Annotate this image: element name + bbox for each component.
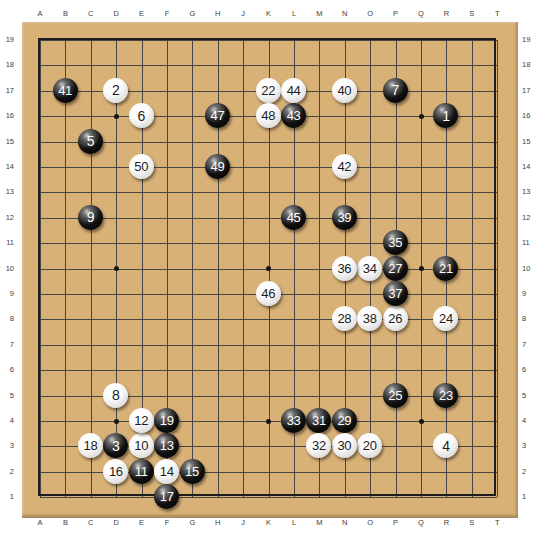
column-label-top-n: N xyxy=(337,9,353,19)
stone-move-number: 30 xyxy=(337,439,351,452)
stone-move-number: 5 xyxy=(87,134,95,148)
stone-move-number: 14 xyxy=(160,465,174,478)
column-label-bottom-e: E xyxy=(134,518,150,528)
column-label-top-t: T xyxy=(489,9,505,19)
row-label-right-11: 11 xyxy=(522,238,536,248)
column-label-top-m: M xyxy=(311,9,327,19)
stone-white-18-c3: 18 xyxy=(78,433,103,458)
stone-black-45-l12: 45 xyxy=(281,205,306,230)
row-label-left-6: 6 xyxy=(0,365,14,375)
stone-move-number: 39 xyxy=(337,211,351,224)
go-board-diagram: 19181716151413121110987654321 1918171615… xyxy=(0,0,540,540)
row-label-left-12: 12 xyxy=(0,213,14,223)
column-label-bottom-d: D xyxy=(108,518,124,528)
row-label-left-2: 2 xyxy=(0,467,14,477)
column-label-bottom-j: J xyxy=(235,518,251,528)
stone-move-number: 41 xyxy=(58,84,72,97)
stone-move-number: 10 xyxy=(134,439,148,452)
stone-move-number: 28 xyxy=(337,312,351,325)
row-label-left-4: 4 xyxy=(0,416,14,426)
row-label-left-18: 18 xyxy=(0,60,14,70)
column-label-top-h: H xyxy=(210,9,226,19)
row-label-right-12: 12 xyxy=(522,213,536,223)
stone-move-number: 38 xyxy=(363,312,377,325)
stone-move-number: 7 xyxy=(391,83,399,97)
row-label-right-4: 4 xyxy=(522,416,536,426)
stone-move-number: 36 xyxy=(337,262,351,275)
column-label-top-j: J xyxy=(235,9,251,19)
stone-black-15-g2: 15 xyxy=(180,459,205,484)
stone-move-number: 1 xyxy=(442,109,450,123)
column-label-bottom-r: R xyxy=(438,518,454,528)
stone-black-21-r10: 21 xyxy=(433,256,458,281)
stone-white-14-f2: 14 xyxy=(154,459,179,484)
column-label-bottom-c: C xyxy=(83,518,99,528)
stone-black-11-e2: 11 xyxy=(129,459,154,484)
stone-move-number: 19 xyxy=(160,414,174,427)
stone-move-number: 16 xyxy=(109,465,123,478)
stone-white-40-n17: 40 xyxy=(332,78,357,103)
column-label-bottom-q: Q xyxy=(413,518,429,528)
stone-move-number: 37 xyxy=(388,287,402,300)
stone-move-number: 4 xyxy=(442,439,450,453)
stone-black-1-r16: 1 xyxy=(433,103,458,128)
row-label-right-3: 3 xyxy=(522,441,536,451)
row-label-right-18: 18 xyxy=(522,60,536,70)
column-label-top-l: L xyxy=(286,9,302,19)
column-label-top-o: O xyxy=(362,9,378,19)
column-label-bottom-o: O xyxy=(362,518,378,528)
row-label-left-17: 17 xyxy=(0,86,14,96)
row-label-left-8: 8 xyxy=(0,314,14,324)
stone-white-22-k17: 22 xyxy=(256,78,281,103)
stone-move-number: 50 xyxy=(134,160,148,173)
column-label-bottom-t: T xyxy=(489,518,505,528)
column-label-bottom-g: G xyxy=(184,518,200,528)
goban-surface: 1234567891011121314151617181920212223242… xyxy=(22,22,518,518)
stone-black-37-p9: 37 xyxy=(383,281,408,306)
stone-white-36-n10: 36 xyxy=(332,256,357,281)
stone-move-number: 8 xyxy=(112,388,120,402)
stone-black-35-p11: 35 xyxy=(383,230,408,255)
stone-black-25-p5: 25 xyxy=(383,383,408,408)
stone-black-41-b17: 41 xyxy=(53,78,78,103)
stone-white-16-d2: 16 xyxy=(103,459,128,484)
stone-white-48-k16: 48 xyxy=(256,103,281,128)
stone-white-30-n3: 30 xyxy=(332,433,357,458)
stone-move-number: 35 xyxy=(388,236,402,249)
column-label-bottom-n: N xyxy=(337,518,353,528)
stone-white-50-e14: 50 xyxy=(129,154,154,179)
stone-black-31-m4: 31 xyxy=(306,408,331,433)
row-label-right-14: 14 xyxy=(522,162,536,172)
stone-black-43-l16: 43 xyxy=(281,103,306,128)
stone-white-2-d17: 2 xyxy=(103,78,128,103)
row-label-right-5: 5 xyxy=(522,391,536,401)
stone-move-number: 2 xyxy=(112,83,120,97)
row-label-left-15: 15 xyxy=(0,137,14,147)
stone-move-number: 49 xyxy=(210,160,224,173)
column-label-top-s: S xyxy=(464,9,480,19)
row-label-left-14: 14 xyxy=(0,162,14,172)
stone-move-number: 26 xyxy=(388,312,402,325)
stone-black-9-c12: 9 xyxy=(78,205,103,230)
stone-white-8-d5: 8 xyxy=(103,383,128,408)
row-label-right-8: 8 xyxy=(522,314,536,324)
stone-black-49-h14: 49 xyxy=(205,154,230,179)
stone-move-number: 15 xyxy=(185,465,199,478)
row-label-right-10: 10 xyxy=(522,264,536,274)
row-label-right-17: 17 xyxy=(522,86,536,96)
column-label-bottom-a: A xyxy=(32,518,48,528)
row-label-left-11: 11 xyxy=(0,238,14,248)
stone-black-7-p17: 7 xyxy=(383,78,408,103)
stone-white-42-n14: 42 xyxy=(332,154,357,179)
stone-white-46-k9: 46 xyxy=(256,281,281,306)
stone-black-3-d3: 3 xyxy=(103,433,128,458)
stone-white-32-m3: 32 xyxy=(306,433,331,458)
stone-move-number: 18 xyxy=(84,439,98,452)
column-label-bottom-p: P xyxy=(388,518,404,528)
stone-move-number: 21 xyxy=(439,262,453,275)
stone-white-24-r8: 24 xyxy=(433,306,458,331)
column-label-bottom-m: M xyxy=(311,518,327,528)
column-label-bottom-b: B xyxy=(57,518,73,528)
stone-white-38-o8: 38 xyxy=(357,306,382,331)
stones-layer: 1234567891011121314151617181920212223242… xyxy=(27,27,509,509)
stone-move-number: 17 xyxy=(160,490,174,503)
column-label-bottom-s: S xyxy=(464,518,480,528)
row-label-right-13: 13 xyxy=(522,187,536,197)
column-label-bottom-l: L xyxy=(286,518,302,528)
row-label-right-19: 19 xyxy=(522,35,536,45)
stone-move-number: 46 xyxy=(261,287,275,300)
stone-move-number: 13 xyxy=(160,439,174,452)
stone-black-33-l4: 33 xyxy=(281,408,306,433)
column-label-top-q: Q xyxy=(413,9,429,19)
row-label-right-9: 9 xyxy=(522,289,536,299)
stone-move-number: 43 xyxy=(287,109,301,122)
stone-black-27-p10: 27 xyxy=(383,256,408,281)
column-label-bottom-k: K xyxy=(261,518,277,528)
stone-black-29-n4: 29 xyxy=(332,408,357,433)
stone-move-number: 33 xyxy=(287,414,301,427)
stone-move-number: 20 xyxy=(363,439,377,452)
stone-white-26-p8: 26 xyxy=(383,306,408,331)
row-label-left-1: 1 xyxy=(0,492,14,502)
stone-move-number: 32 xyxy=(312,439,326,452)
row-label-left-3: 3 xyxy=(0,441,14,451)
stone-move-number: 45 xyxy=(287,211,301,224)
column-label-bottom-f: F xyxy=(159,518,175,528)
row-label-left-16: 16 xyxy=(0,111,14,121)
column-label-top-f: F xyxy=(159,9,175,19)
stone-move-number: 12 xyxy=(134,414,148,427)
stone-white-12-e4: 12 xyxy=(129,408,154,433)
column-label-top-c: C xyxy=(83,9,99,19)
stone-move-number: 24 xyxy=(439,312,453,325)
stone-black-5-c15: 5 xyxy=(78,129,103,154)
stone-white-34-o10: 34 xyxy=(357,256,382,281)
column-label-top-e: E xyxy=(134,9,150,19)
stone-white-10-e3: 10 xyxy=(129,433,154,458)
stone-move-number: 29 xyxy=(337,414,351,427)
stone-move-number: 3 xyxy=(112,439,120,453)
column-label-top-d: D xyxy=(108,9,124,19)
stone-black-23-r5: 23 xyxy=(433,383,458,408)
row-label-right-15: 15 xyxy=(522,137,536,147)
row-label-left-9: 9 xyxy=(0,289,14,299)
stone-move-number: 40 xyxy=(337,84,351,97)
column-label-top-b: B xyxy=(57,9,73,19)
stone-white-44-l17: 44 xyxy=(281,78,306,103)
row-label-right-16: 16 xyxy=(522,111,536,121)
row-label-left-7: 7 xyxy=(0,340,14,350)
stone-move-number: 27 xyxy=(388,262,402,275)
row-label-right-7: 7 xyxy=(522,340,536,350)
stone-move-number: 47 xyxy=(210,109,224,122)
stone-black-13-f3: 13 xyxy=(154,433,179,458)
stone-black-47-h16: 47 xyxy=(205,103,230,128)
stone-black-17-f1: 17 xyxy=(154,484,179,509)
stone-move-number: 25 xyxy=(388,389,402,402)
stone-move-number: 48 xyxy=(261,109,275,122)
row-label-right-6: 6 xyxy=(522,365,536,375)
stone-move-number: 34 xyxy=(363,262,377,275)
column-label-top-g: G xyxy=(184,9,200,19)
column-label-top-k: K xyxy=(261,9,277,19)
column-label-top-a: A xyxy=(32,9,48,19)
stone-black-39-n12: 39 xyxy=(332,205,357,230)
stone-white-28-n8: 28 xyxy=(332,306,357,331)
stone-white-20-o3: 20 xyxy=(357,433,382,458)
stone-move-number: 31 xyxy=(312,414,326,427)
stone-move-number: 9 xyxy=(87,210,95,224)
row-label-left-10: 10 xyxy=(0,264,14,274)
row-label-right-2: 2 xyxy=(522,467,536,477)
column-label-bottom-h: H xyxy=(210,518,226,528)
row-label-left-13: 13 xyxy=(0,187,14,197)
column-label-top-p: P xyxy=(388,9,404,19)
stone-white-6-e16: 6 xyxy=(129,103,154,128)
row-label-right-1: 1 xyxy=(522,492,536,502)
stone-move-number: 6 xyxy=(138,109,146,123)
stone-move-number: 22 xyxy=(261,84,275,97)
stone-white-4-r3: 4 xyxy=(433,433,458,458)
column-label-top-r: R xyxy=(438,9,454,19)
stone-move-number: 44 xyxy=(287,84,301,97)
stone-move-number: 23 xyxy=(439,389,453,402)
stone-black-19-f4: 19 xyxy=(154,408,179,433)
row-label-left-19: 19 xyxy=(0,35,14,45)
row-label-left-5: 5 xyxy=(0,391,14,401)
stone-move-number: 11 xyxy=(135,465,148,478)
stone-move-number: 42 xyxy=(337,160,351,173)
